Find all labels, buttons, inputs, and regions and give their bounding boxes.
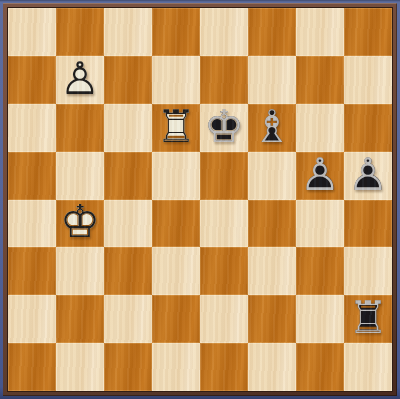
square-h7[interactable]	[344, 56, 392, 104]
square-c4[interactable]	[104, 200, 152, 248]
square-e1[interactable]	[200, 343, 248, 391]
square-a1[interactable]	[8, 343, 56, 391]
square-e3[interactable]	[200, 247, 248, 295]
square-c5[interactable]	[104, 152, 152, 200]
square-d8[interactable]	[152, 8, 200, 56]
square-b3[interactable]	[56, 247, 104, 295]
square-h3[interactable]	[344, 247, 392, 295]
black-pawn-outline-glyph: ♙	[344, 152, 392, 200]
square-f7[interactable]	[248, 56, 296, 104]
square-e7[interactable]	[200, 56, 248, 104]
black-pawn-outline-glyph: ♙	[296, 152, 344, 200]
square-d1[interactable]	[152, 343, 200, 391]
black-king-outline-glyph: ♔	[200, 104, 248, 152]
square-h6[interactable]	[344, 104, 392, 152]
square-b2[interactable]	[56, 295, 104, 343]
square-f8[interactable]	[248, 8, 296, 56]
square-a6[interactable]	[8, 104, 56, 152]
square-f3[interactable]	[248, 247, 296, 295]
square-c2[interactable]	[104, 295, 152, 343]
square-c3[interactable]	[104, 247, 152, 295]
square-d2[interactable]	[152, 295, 200, 343]
chess-board: ♟♙♜♖♚♔♝♗♟♙♟♙♚♔♜♖	[7, 7, 393, 392]
square-b6[interactable]	[56, 104, 104, 152]
square-h1[interactable]	[344, 343, 392, 391]
square-h2[interactable]: ♜♖	[344, 295, 392, 343]
piece-white-rook-d6[interactable]: ♜♖	[152, 104, 200, 152]
square-c6[interactable]	[104, 104, 152, 152]
square-d3[interactable]	[152, 247, 200, 295]
square-d7[interactable]	[152, 56, 200, 104]
square-e2[interactable]	[200, 295, 248, 343]
piece-black-pawn-h5[interactable]: ♟♙	[344, 152, 392, 200]
square-d5[interactable]	[152, 152, 200, 200]
square-g4[interactable]	[296, 200, 344, 248]
white-rook-outline-glyph: ♖	[152, 104, 200, 152]
square-f6[interactable]: ♝♗	[248, 104, 296, 152]
piece-white-king-b4[interactable]: ♚♔	[56, 200, 104, 248]
square-h4[interactable]	[344, 200, 392, 248]
square-b1[interactable]	[56, 343, 104, 391]
square-a2[interactable]	[8, 295, 56, 343]
square-b5[interactable]	[56, 152, 104, 200]
square-f1[interactable]	[248, 343, 296, 391]
square-g8[interactable]	[296, 8, 344, 56]
square-g3[interactable]	[296, 247, 344, 295]
square-c7[interactable]	[104, 56, 152, 104]
square-e4[interactable]	[200, 200, 248, 248]
square-f2[interactable]	[248, 295, 296, 343]
piece-black-bishop-f6[interactable]: ♝♗	[248, 104, 296, 152]
square-f5[interactable]	[248, 152, 296, 200]
square-c1[interactable]	[104, 343, 152, 391]
square-e5[interactable]	[200, 152, 248, 200]
white-pawn-outline-glyph: ♙	[56, 56, 104, 104]
piece-white-pawn-b7[interactable]: ♟♙	[56, 56, 104, 104]
square-g5[interactable]: ♟♙	[296, 152, 344, 200]
square-a3[interactable]	[8, 247, 56, 295]
square-a7[interactable]	[8, 56, 56, 104]
board-wooden-frame: ♟♙♜♖♚♔♝♗♟♙♟♙♚♔♜♖	[3, 3, 397, 396]
square-g2[interactable]	[296, 295, 344, 343]
square-h8[interactable]	[344, 8, 392, 56]
square-g1[interactable]	[296, 343, 344, 391]
square-c8[interactable]	[104, 8, 152, 56]
piece-black-rook-h2[interactable]: ♜♖	[344, 295, 392, 343]
square-d4[interactable]	[152, 200, 200, 248]
square-b8[interactable]	[56, 8, 104, 56]
square-h5[interactable]: ♟♙	[344, 152, 392, 200]
square-a8[interactable]	[8, 8, 56, 56]
square-e8[interactable]	[200, 8, 248, 56]
piece-black-king-e6[interactable]: ♚♔	[200, 104, 248, 152]
square-f4[interactable]	[248, 200, 296, 248]
square-d6[interactable]: ♜♖	[152, 104, 200, 152]
black-bishop-outline-glyph: ♗	[248, 104, 296, 152]
square-b4[interactable]: ♚♔	[56, 200, 104, 248]
chessboard-diagram: ♟♙♜♖♚♔♝♗♟♙♟♙♚♔♜♖	[0, 0, 400, 399]
square-a4[interactable]	[8, 200, 56, 248]
white-king-outline-glyph: ♔	[56, 200, 104, 248]
piece-black-pawn-g5[interactable]: ♟♙	[296, 152, 344, 200]
square-a5[interactable]	[8, 152, 56, 200]
black-rook-outline-glyph: ♖	[344, 295, 392, 343]
square-g6[interactable]	[296, 104, 344, 152]
square-e6[interactable]: ♚♔	[200, 104, 248, 152]
square-b7[interactable]: ♟♙	[56, 56, 104, 104]
square-g7[interactable]	[296, 56, 344, 104]
